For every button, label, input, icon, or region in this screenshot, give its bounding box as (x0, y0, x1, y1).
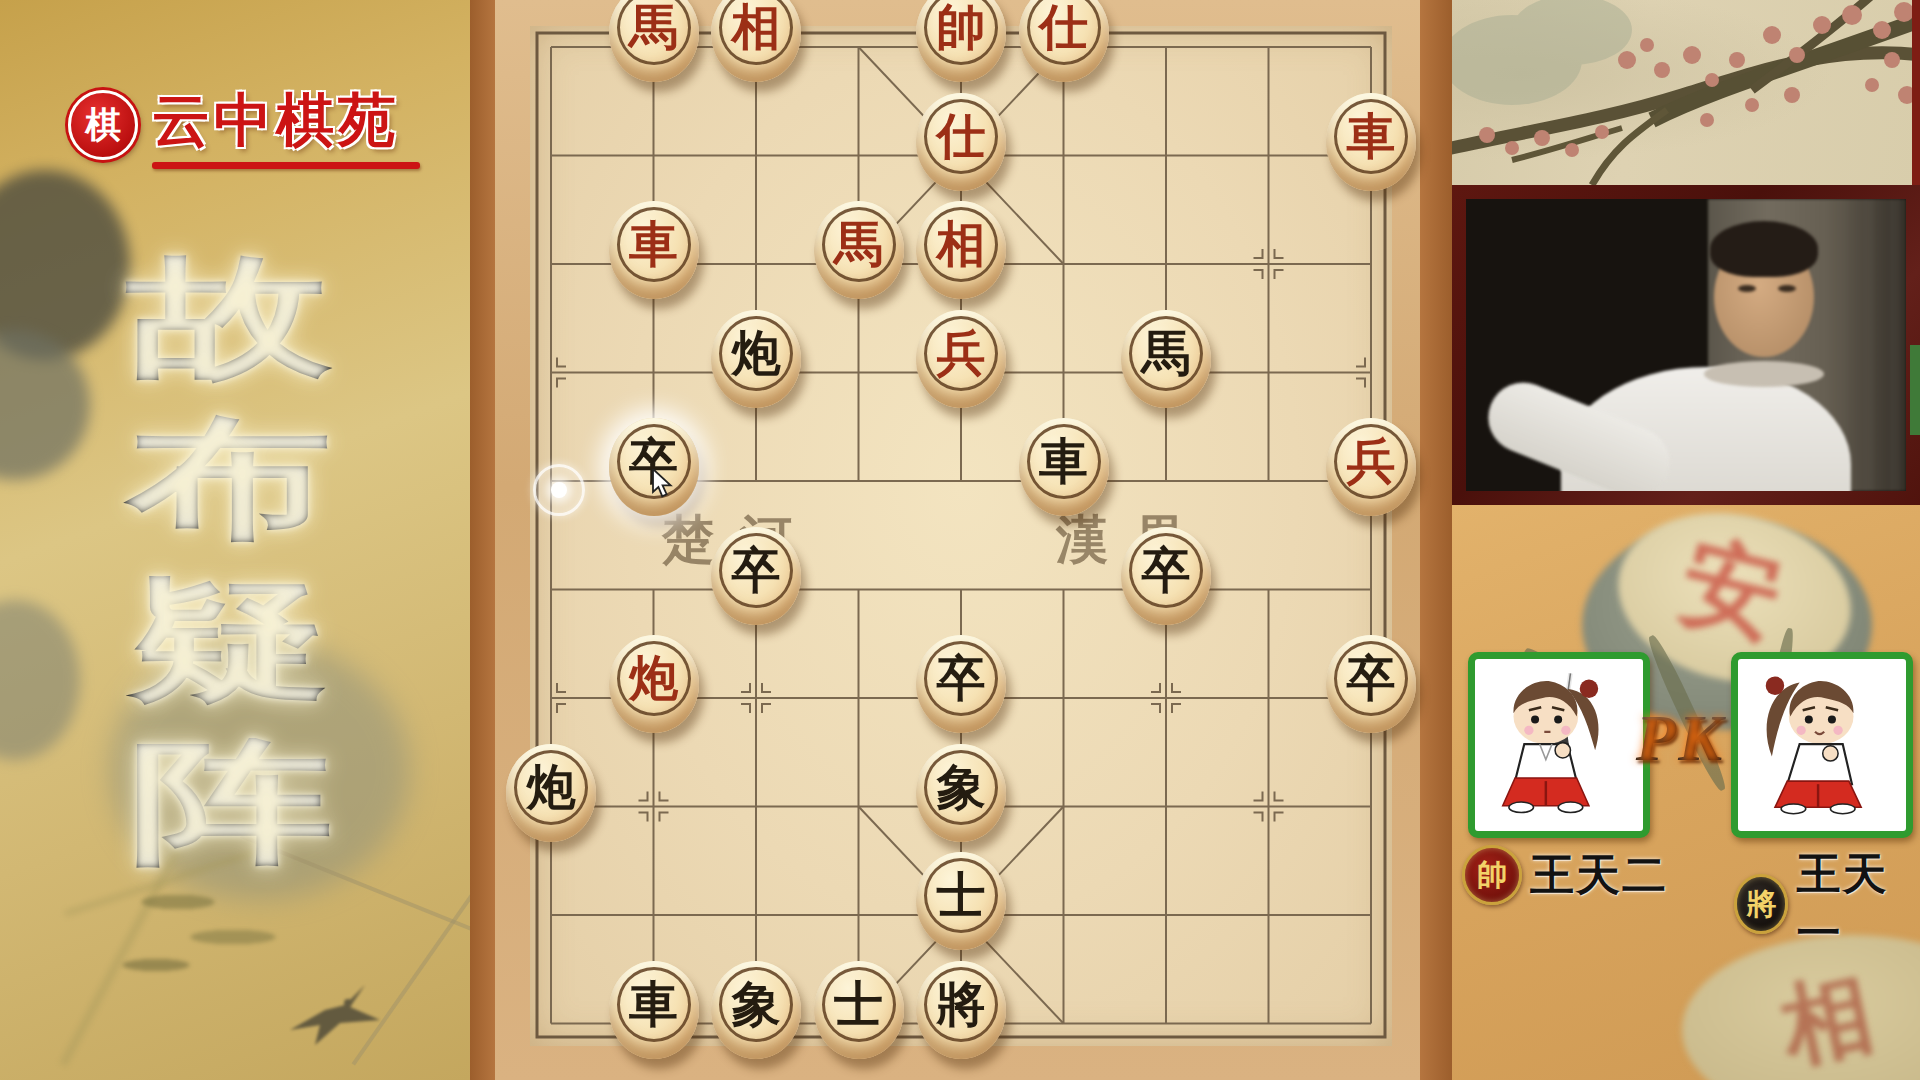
person-collar (1704, 361, 1824, 387)
right-sidebar: 安 相 (1452, 0, 1920, 1080)
move-origin-marker (533, 464, 585, 516)
scroll-edge (1912, 0, 1920, 185)
pk-versus-label: PK (1630, 700, 1730, 776)
stream-frame: 棋 云中棋苑 故 布 疑 阵 楚河 漢界 馬相帥仕仕車車馬相兵兵炮炮馬卒車卒卒卒… (0, 0, 1920, 1080)
plum-blossom-painting (1452, 0, 1920, 185)
person-eye (1778, 285, 1796, 292)
person-eye (1738, 285, 1756, 292)
webcam-frame (1452, 185, 1920, 505)
person-hair (1710, 221, 1818, 277)
river-label-left: 楚河 (662, 505, 818, 575)
webcam-video (1466, 199, 1906, 491)
avatar-black-player (1731, 652, 1913, 838)
red-badge-glyph: 帥 (1477, 855, 1507, 896)
black-player-name: 王天一 (1796, 845, 1920, 963)
versus-section: 安 相 (1452, 505, 1920, 1080)
black-general-badge-icon: 將 (1734, 874, 1788, 934)
black-badge-glyph: 將 (1746, 884, 1776, 925)
river-label-right: 漢界 (1056, 505, 1212, 575)
player-black-row: 將 王天一 (1734, 845, 1920, 963)
red-player-name: 王天二 (1530, 846, 1668, 905)
mouse-cursor-icon (651, 469, 679, 501)
red-general-badge-icon: 帥 (1462, 845, 1522, 905)
player-red-row: 帥 王天二 (1462, 845, 1668, 905)
avatar-red-player (1468, 652, 1650, 838)
edge-artifact (1910, 345, 1920, 435)
